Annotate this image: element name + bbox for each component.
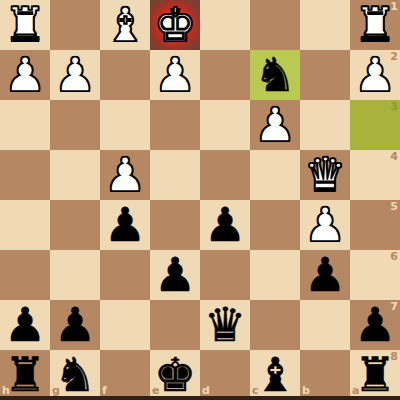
piece-white-pawn-a2[interactable]: ♟	[354, 50, 396, 100]
piece-black-pawn-g7[interactable]: ♟	[54, 300, 96, 350]
square-b4[interactable]: ♛	[300, 150, 350, 200]
square-d4[interactable]	[200, 150, 250, 200]
square-h2[interactable]: ♟	[0, 50, 50, 100]
piece-black-rook-h8[interactable]: ♜	[4, 350, 46, 400]
square-e3[interactable]	[150, 100, 200, 150]
coordinate-rank-5: 5	[390, 201, 398, 212]
square-d7[interactable]: ♛	[200, 300, 250, 350]
square-a2[interactable]: ♟2	[350, 50, 400, 100]
square-c8[interactable]: ♝c	[250, 350, 300, 400]
square-h1[interactable]: ♜	[0, 0, 50, 50]
square-h7[interactable]: ♟	[0, 300, 50, 350]
square-g3[interactable]	[50, 100, 100, 150]
square-f1[interactable]: ♝	[100, 0, 150, 50]
piece-black-pawn-h7[interactable]: ♟	[4, 300, 46, 350]
square-a6[interactable]: 6	[350, 250, 400, 300]
square-f2[interactable]	[100, 50, 150, 100]
piece-white-pawn-h2[interactable]: ♟	[4, 50, 46, 100]
square-e5[interactable]	[150, 200, 200, 250]
piece-black-pawn-e6[interactable]: ♟	[154, 250, 196, 300]
square-c2[interactable]: ♞	[250, 50, 300, 100]
piece-white-pawn-f4[interactable]: ♟	[104, 150, 146, 200]
square-d3[interactable]	[200, 100, 250, 150]
square-e4[interactable]	[150, 150, 200, 200]
square-h3[interactable]	[0, 100, 50, 150]
square-c3[interactable]: ♟	[250, 100, 300, 150]
square-f5[interactable]: ♟	[100, 200, 150, 250]
square-a1[interactable]: ♜1	[350, 0, 400, 50]
bottom-edge-border	[0, 396, 400, 400]
square-b7[interactable]	[300, 300, 350, 350]
square-c4[interactable]	[250, 150, 300, 200]
piece-white-pawn-g2[interactable]: ♟	[54, 50, 96, 100]
square-g5[interactable]	[50, 200, 100, 250]
square-a4[interactable]: 4	[350, 150, 400, 200]
square-e7[interactable]	[150, 300, 200, 350]
square-a7[interactable]: ♟7	[350, 300, 400, 350]
square-d6[interactable]	[200, 250, 250, 300]
square-h8[interactable]: ♜h	[0, 350, 50, 400]
square-b5[interactable]: ♟	[300, 200, 350, 250]
square-g7[interactable]: ♟	[50, 300, 100, 350]
square-g1[interactable]	[50, 0, 100, 50]
square-a3[interactable]: 3	[350, 100, 400, 150]
square-e6[interactable]: ♟	[150, 250, 200, 300]
piece-black-knight-c2[interactable]: ♞	[254, 50, 296, 100]
chess-board: ♜♝♚♜1♟♟♟♞♟2♟3♟♛4♟♟♟5♟♟6♟♟♛♟7♜h♞gf♚ed♝cb♜…	[0, 0, 400, 400]
square-c7[interactable]	[250, 300, 300, 350]
square-b8[interactable]: b	[300, 350, 350, 400]
coordinate-rank-4: 4	[390, 151, 398, 162]
piece-black-pawn-b6[interactable]: ♟	[304, 250, 346, 300]
square-f7[interactable]	[100, 300, 150, 350]
piece-black-queen-d7[interactable]: ♛	[204, 300, 246, 350]
piece-black-rook-a8[interactable]: ♜	[354, 350, 396, 400]
square-e2[interactable]: ♟	[150, 50, 200, 100]
piece-white-queen-b4[interactable]: ♛	[304, 150, 346, 200]
coordinate-rank-6: 6	[390, 251, 398, 262]
square-f6[interactable]	[100, 250, 150, 300]
piece-black-bishop-c8[interactable]: ♝	[254, 350, 296, 400]
piece-white-rook-a1[interactable]: ♜	[354, 0, 396, 50]
piece-black-pawn-f5[interactable]: ♟	[104, 200, 146, 250]
coordinate-file-d: d	[202, 385, 210, 396]
square-f4[interactable]: ♟	[100, 150, 150, 200]
piece-white-pawn-c3[interactable]: ♟	[254, 100, 296, 150]
square-c5[interactable]	[250, 200, 300, 250]
square-a5[interactable]: 5	[350, 200, 400, 250]
square-d8[interactable]: d	[200, 350, 250, 400]
piece-black-knight-g8[interactable]: ♞	[54, 350, 96, 400]
square-g6[interactable]	[50, 250, 100, 300]
coordinate-file-f: f	[102, 385, 107, 396]
square-c1[interactable]	[250, 0, 300, 50]
square-f3[interactable]	[100, 100, 150, 150]
square-e8[interactable]: ♚e	[150, 350, 200, 400]
piece-white-king-e1[interactable]: ♚	[154, 0, 196, 50]
piece-black-pawn-a7[interactable]: ♟	[354, 300, 396, 350]
square-b1[interactable]	[300, 0, 350, 50]
square-h4[interactable]	[0, 150, 50, 200]
square-g4[interactable]	[50, 150, 100, 200]
piece-black-king-e8[interactable]: ♚	[154, 350, 196, 400]
piece-black-pawn-d5[interactable]: ♟	[204, 200, 246, 250]
square-g8[interactable]: ♞g	[50, 350, 100, 400]
square-b2[interactable]	[300, 50, 350, 100]
square-c6[interactable]	[250, 250, 300, 300]
square-d1[interactable]	[200, 0, 250, 50]
square-e1[interactable]: ♚	[150, 0, 200, 50]
square-b3[interactable]	[300, 100, 350, 150]
square-h5[interactable]	[0, 200, 50, 250]
square-h6[interactable]	[0, 250, 50, 300]
piece-white-pawn-b5[interactable]: ♟	[304, 200, 346, 250]
piece-white-pawn-e2[interactable]: ♟	[154, 50, 196, 100]
square-f8[interactable]: f	[100, 350, 150, 400]
coordinate-file-b: b	[302, 385, 310, 396]
square-g2[interactable]: ♟	[50, 50, 100, 100]
square-b6[interactable]: ♟	[300, 250, 350, 300]
square-d5[interactable]: ♟	[200, 200, 250, 250]
piece-white-rook-h1[interactable]: ♜	[4, 0, 46, 50]
square-d2[interactable]	[200, 50, 250, 100]
square-a8[interactable]: ♜8a	[350, 350, 400, 400]
piece-white-bishop-f1[interactable]: ♝	[104, 0, 146, 50]
coordinate-rank-3: 3	[390, 101, 398, 112]
